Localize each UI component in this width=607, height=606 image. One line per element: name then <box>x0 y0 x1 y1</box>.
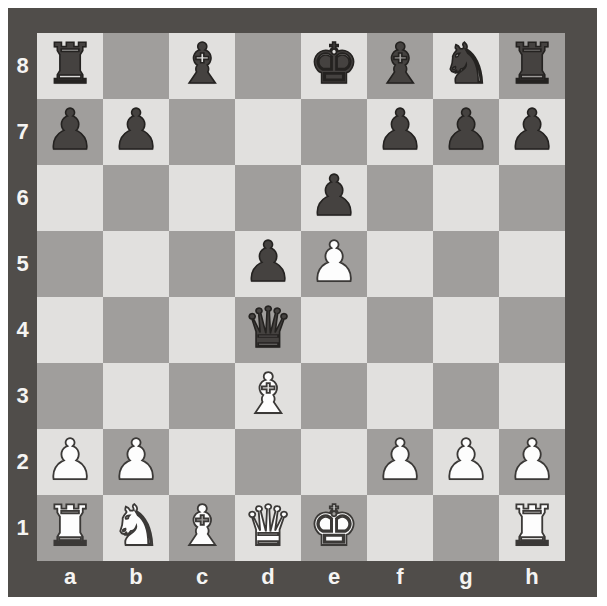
square-b1[interactable]: ♞ <box>103 495 169 561</box>
rank-label-5: 5 <box>8 231 37 297</box>
piece-black-queen-d4[interactable]: ♛ <box>243 297 293 361</box>
piece-black-bishop-c8[interactable]: ♝ <box>177 33 227 97</box>
piece-white-pawn-g2[interactable]: ♟ <box>441 429 491 493</box>
square-b2[interactable]: ♟ <box>103 429 169 495</box>
square-f5[interactable] <box>367 231 433 297</box>
piece-white-king-e1[interactable]: ♚ <box>309 495 359 559</box>
square-d2[interactable] <box>235 429 301 495</box>
square-c1[interactable]: ♝ <box>169 495 235 561</box>
chess-board: ♜♝♚♝♞♜♟♟♟♟♟♟♟♟♛♝♟♟♟♟♟♜♞♝♛♚♜ <box>37 33 565 561</box>
square-e6[interactable]: ♟ <box>301 165 367 231</box>
square-c2[interactable] <box>169 429 235 495</box>
square-b3[interactable] <box>103 363 169 429</box>
piece-black-pawn-f7[interactable]: ♟ <box>375 99 425 163</box>
piece-white-bishop-d3[interactable]: ♝ <box>243 363 293 427</box>
piece-black-king-e8[interactable]: ♚ <box>309 33 359 97</box>
file-label-e: e <box>301 561 367 593</box>
square-e3[interactable] <box>301 363 367 429</box>
rank-label-2: 2 <box>8 429 37 495</box>
piece-black-knight-g8[interactable]: ♞ <box>441 33 491 97</box>
square-c3[interactable] <box>169 363 235 429</box>
piece-white-pawn-e5[interactable]: ♟ <box>309 231 359 295</box>
square-h4[interactable] <box>499 297 565 363</box>
piece-black-pawn-h7[interactable]: ♟ <box>507 99 557 163</box>
square-d4[interactable]: ♛ <box>235 297 301 363</box>
square-g2[interactable]: ♟ <box>433 429 499 495</box>
file-label-c: c <box>169 561 235 593</box>
file-label-g: g <box>433 561 499 593</box>
file-label-b: b <box>103 561 169 593</box>
square-e4[interactable] <box>301 297 367 363</box>
square-a7[interactable]: ♟ <box>37 99 103 165</box>
square-c7[interactable] <box>169 99 235 165</box>
rank-label-6: 6 <box>8 165 37 231</box>
square-b6[interactable] <box>103 165 169 231</box>
square-f6[interactable] <box>367 165 433 231</box>
piece-black-pawn-g7[interactable]: ♟ <box>441 99 491 163</box>
square-f8[interactable]: ♝ <box>367 33 433 99</box>
square-b4[interactable] <box>103 297 169 363</box>
square-h1[interactable]: ♜ <box>499 495 565 561</box>
square-e2[interactable] <box>301 429 367 495</box>
square-b5[interactable] <box>103 231 169 297</box>
piece-white-pawn-h2[interactable]: ♟ <box>507 429 557 493</box>
piece-white-knight-b1[interactable]: ♞ <box>111 495 161 559</box>
square-h2[interactable]: ♟ <box>499 429 565 495</box>
square-d8[interactable] <box>235 33 301 99</box>
rank-label-4: 4 <box>8 297 37 363</box>
rank-label-7: 7 <box>8 99 37 165</box>
square-g6[interactable] <box>433 165 499 231</box>
square-f7[interactable]: ♟ <box>367 99 433 165</box>
square-e7[interactable] <box>301 99 367 165</box>
piece-white-pawn-a2[interactable]: ♟ <box>45 429 95 493</box>
chess-board-frame: 87654321 abcdefgh ♜♝♚♝♞♜♟♟♟♟♟♟♟♟♛♝♟♟♟♟♟♜… <box>8 8 597 597</box>
rank-label-1: 1 <box>8 495 37 561</box>
file-label-d: d <box>235 561 301 593</box>
square-g8[interactable]: ♞ <box>433 33 499 99</box>
square-d5[interactable]: ♟ <box>235 231 301 297</box>
rank-label-3: 3 <box>8 363 37 429</box>
square-h8[interactable]: ♜ <box>499 33 565 99</box>
rank-label-8: 8 <box>8 33 37 99</box>
square-g1[interactable] <box>433 495 499 561</box>
square-f2[interactable]: ♟ <box>367 429 433 495</box>
piece-black-pawn-a7[interactable]: ♟ <box>45 99 95 163</box>
square-e5[interactable]: ♟ <box>301 231 367 297</box>
square-a1[interactable]: ♜ <box>37 495 103 561</box>
square-d1[interactable]: ♛ <box>235 495 301 561</box>
square-h3[interactable] <box>499 363 565 429</box>
square-e8[interactable]: ♚ <box>301 33 367 99</box>
square-f3[interactable] <box>367 363 433 429</box>
square-a8[interactable]: ♜ <box>37 33 103 99</box>
chess-page: 87654321 abcdefgh ♜♝♚♝♞♜♟♟♟♟♟♟♟♟♛♝♟♟♟♟♟♜… <box>0 0 607 606</box>
square-e1[interactable]: ♚ <box>301 495 367 561</box>
square-g7[interactable]: ♟ <box>433 99 499 165</box>
square-h7[interactable]: ♟ <box>499 99 565 165</box>
square-h5[interactable] <box>499 231 565 297</box>
square-a2[interactable]: ♟ <box>37 429 103 495</box>
square-d3[interactable]: ♝ <box>235 363 301 429</box>
square-h6[interactable] <box>499 165 565 231</box>
square-f4[interactable] <box>367 297 433 363</box>
piece-white-queen-d1[interactable]: ♛ <box>243 495 293 559</box>
square-g5[interactable] <box>433 231 499 297</box>
square-c4[interactable] <box>169 297 235 363</box>
piece-white-bishop-c1[interactable]: ♝ <box>177 495 227 559</box>
file-label-a: a <box>37 561 103 593</box>
piece-black-rook-a8[interactable]: ♜ <box>45 33 95 97</box>
piece-black-bishop-f8[interactable]: ♝ <box>375 33 425 97</box>
square-f1[interactable] <box>367 495 433 561</box>
piece-black-rook-h8[interactable]: ♜ <box>507 33 557 97</box>
square-c6[interactable] <box>169 165 235 231</box>
square-a4[interactable] <box>37 297 103 363</box>
square-g3[interactable] <box>433 363 499 429</box>
square-c8[interactable]: ♝ <box>169 33 235 99</box>
file-label-f: f <box>367 561 433 593</box>
piece-black-pawn-b7[interactable]: ♟ <box>111 99 161 163</box>
square-c5[interactable] <box>169 231 235 297</box>
piece-white-pawn-f2[interactable]: ♟ <box>375 429 425 493</box>
square-b7[interactable]: ♟ <box>103 99 169 165</box>
piece-white-pawn-b2[interactable]: ♟ <box>111 429 161 493</box>
piece-black-pawn-e6[interactable]: ♟ <box>309 165 359 229</box>
square-d7[interactable] <box>235 99 301 165</box>
square-d6[interactable] <box>235 165 301 231</box>
square-a3[interactable] <box>37 363 103 429</box>
file-label-h: h <box>499 561 565 593</box>
square-g4[interactable] <box>433 297 499 363</box>
piece-white-rook-h1[interactable]: ♜ <box>507 495 557 559</box>
piece-white-rook-a1[interactable]: ♜ <box>45 495 95 559</box>
piece-black-pawn-d5[interactable]: ♟ <box>243 231 293 295</box>
square-a6[interactable] <box>37 165 103 231</box>
square-b8[interactable] <box>103 33 169 99</box>
square-a5[interactable] <box>37 231 103 297</box>
